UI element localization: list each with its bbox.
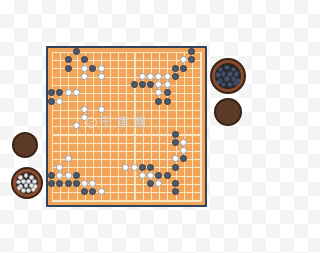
go-stone-white: [155, 180, 162, 187]
go-stone-black: [73, 48, 80, 55]
go-stone-white: [147, 73, 154, 80]
go-stone-white: [98, 106, 105, 113]
go-stone-white: [172, 155, 179, 162]
go-stone-black: [164, 89, 171, 96]
go-stone-black: [188, 56, 195, 63]
go-stone-black: [81, 188, 88, 195]
go-stone-white: [155, 73, 162, 80]
go-stone-black: [180, 155, 187, 162]
white-stone-bowl-well: [16, 172, 38, 194]
go-stone-black: [155, 98, 162, 105]
go-board-grid: [52, 52, 202, 202]
go-stone-black: [172, 180, 179, 187]
go-stone-black: [56, 180, 63, 187]
go-stone-black: [147, 164, 154, 171]
go-stone-white: [73, 122, 80, 129]
go-stone-white: [81, 73, 88, 80]
go-stone-white: [155, 89, 162, 96]
go-stone-white: [56, 164, 63, 171]
go-stone-white: [180, 139, 187, 146]
go-stone-white: [81, 180, 88, 187]
go-stone-black: [164, 98, 171, 105]
white-stone-bowl: [11, 167, 43, 199]
bowl-pebble: [24, 173, 29, 178]
go-stone-black: [48, 180, 55, 187]
go-stone-white: [164, 73, 171, 80]
go-stone-white: [81, 114, 88, 121]
go-stone-black: [65, 56, 72, 63]
go-stone-white: [98, 65, 105, 72]
go-stone-black: [172, 139, 179, 146]
go-stone-black: [172, 188, 179, 195]
bowl-pebble: [21, 188, 26, 193]
go-stone-white: [65, 172, 72, 179]
go-stone-white: [56, 98, 63, 105]
go-stone-black: [48, 172, 55, 179]
go-stone-black: [48, 89, 55, 96]
go-stone-black: [155, 172, 162, 179]
go-stone-white: [139, 172, 146, 179]
go-stone-black: [73, 172, 80, 179]
go-stone-black: [56, 89, 63, 96]
go-stone-black: [89, 65, 96, 72]
go-stone-white: [98, 188, 105, 195]
black-stone-bowl-well: [215, 63, 241, 89]
go-stone-black: [65, 180, 72, 187]
go-stone-white: [89, 180, 96, 187]
bowl-pebble: [235, 78, 241, 84]
brown-lid-right: [214, 98, 242, 126]
bowl-pebble: [16, 186, 21, 191]
go-stone-black: [65, 65, 72, 72]
go-stone-black: [73, 180, 80, 187]
go-stone-black: [172, 65, 179, 72]
go-stone-black: [139, 81, 146, 88]
go-stone-white: [98, 73, 105, 80]
go-stone-black: [81, 56, 88, 63]
bowl-pebble: [33, 184, 38, 189]
go-stone-white: [73, 89, 80, 96]
go-stone-white: [147, 172, 154, 179]
black-stone-bowl: [210, 58, 246, 94]
go-stone-white: [122, 164, 129, 171]
bowl-pebble: [221, 82, 227, 88]
go-stone-white: [65, 155, 72, 162]
go-stone-white: [81, 106, 88, 113]
go-stone-white: [180, 56, 187, 63]
go-stone-black: [89, 188, 96, 195]
go-stone-black: [147, 180, 154, 187]
go-stone-white: [139, 73, 146, 80]
go-stone-black: [164, 172, 171, 179]
go-stone-black: [131, 81, 138, 88]
go-stone-white: [155, 81, 162, 88]
brown-lid-left: [12, 132, 38, 158]
go-stone-black: [48, 98, 55, 105]
bowl-pebble: [224, 65, 230, 71]
go-stone-white: [56, 172, 63, 179]
go-stone-white: [131, 164, 138, 171]
go-stone-black: [172, 164, 179, 171]
go-stone-black: [188, 48, 195, 55]
go-stone-black: [180, 65, 187, 72]
go-stone-white: [180, 147, 187, 154]
go-stone-black: [139, 164, 146, 171]
go-stone-white: [164, 81, 171, 88]
go-stone-black: [172, 131, 179, 138]
go-stone-white: [81, 65, 88, 72]
go-stone-black: [172, 73, 179, 80]
go-stone-black: [147, 81, 154, 88]
go-board: [46, 46, 207, 207]
go-stone-white: [65, 89, 72, 96]
